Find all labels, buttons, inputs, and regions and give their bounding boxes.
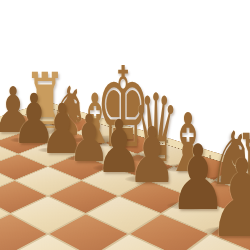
chess-set-photo: 88 ♜♟♞♝♟♚♟♛♟♝♟♟♞♜♟♟	[0, 0, 250, 250]
piece-pawn-a2[interactable]: ♟	[192, 145, 250, 250]
pieces-layer: ♜♟♞♝♟♚♟♛♟♝♟♟♞♜♟♟	[0, 0, 250, 250]
